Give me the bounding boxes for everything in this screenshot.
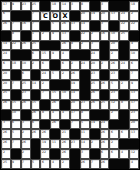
- letter-cell-r12c5[interactable]: 8: [40, 110, 50, 120]
- letter-cell-r11c11[interactable]: 25: [100, 100, 110, 110]
- letter-cell-r5c9[interactable]: 2: [80, 41, 90, 51]
- letter-cell-r15c5[interactable]: 19: [40, 139, 50, 149]
- letter-cell-r14c11[interactable]: 26: [100, 129, 110, 139]
- letter-cell-r3c7[interactable]: 26: [60, 21, 70, 31]
- code-number: 26: [22, 41, 26, 44]
- code-number: 25: [3, 160, 7, 163]
- letter-cell-r13c14[interactable]: 20: [129, 120, 139, 130]
- codeword-board: 1792325181438318675C6O1X2019201324226716…: [0, 0, 140, 170]
- letter-cell-r11c10[interactable]: 26: [90, 100, 100, 110]
- letter-cell-r10c6[interactable]: 15: [50, 90, 60, 100]
- block-cell-r9c7: [60, 80, 70, 90]
- letter-cell-r17c4[interactable]: 5: [31, 159, 41, 169]
- letter-cell-r1c8[interactable]: 3: [70, 1, 80, 11]
- letter-cell-r1c14[interactable]: 18: [129, 1, 139, 11]
- code-number: 20: [3, 71, 7, 74]
- letter-cell-r17c9[interactable]: 26: [80, 159, 90, 169]
- letter-cell-r16c3[interactable]: 2: [21, 149, 31, 159]
- block-cell-r6c11: [100, 50, 110, 60]
- code-number: 8: [81, 2, 83, 5]
- code-number: 2: [3, 150, 5, 153]
- block-cell-r3c5: [40, 21, 50, 31]
- letter-cell-r9c12[interactable]: 5: [109, 80, 119, 90]
- letter-cell-r11c9[interactable]: 23: [80, 100, 90, 110]
- block-cell-r14c6: [50, 129, 60, 139]
- letter-cell-r15c9[interactable]: 14: [80, 139, 90, 149]
- letter-cell-r6c5[interactable]: 15: [40, 50, 50, 60]
- code-number: 5: [81, 120, 83, 123]
- block-cell-r17c8: [70, 159, 80, 169]
- letter-cell-r5c2[interactable]: 22: [11, 41, 21, 51]
- code-number: 14: [71, 90, 75, 93]
- code-number: 2: [22, 130, 24, 133]
- letter-cell-r16c14[interactable]: 12: [129, 149, 139, 159]
- letter-cell-r8c14[interactable]: 7: [129, 70, 139, 80]
- letter-cell-r15c1[interactable]: 26: [1, 139, 11, 149]
- letter-cell-r11c8[interactable]: 20: [70, 100, 80, 110]
- letter-cell-r8c10[interactable]: 23: [90, 70, 100, 80]
- letter-cell-r1c7[interactable]: 14: [60, 1, 70, 11]
- letter-cell-r1c2[interactable]: 9: [11, 1, 21, 11]
- code-number: 6: [3, 11, 5, 14]
- letter-cell-r16c5[interactable]: 22: [40, 149, 50, 159]
- code-number: 23: [81, 100, 85, 103]
- letter-cell-r6c6[interactable]: 9: [50, 50, 60, 60]
- given-letter-C: C: [41, 12, 49, 20]
- letter-cell-r7c11[interactable]: 2: [100, 60, 110, 70]
- code-number: 26: [22, 140, 26, 143]
- letter-cell-r15c8[interactable]: 23: [70, 139, 80, 149]
- letter-cell-r15c6[interactable]: 11: [50, 139, 60, 149]
- code-number: 6: [3, 61, 5, 64]
- code-number: 26: [22, 100, 26, 103]
- letter-cell-r14c13[interactable]: 6: [119, 129, 129, 139]
- code-number: 26: [62, 21, 66, 24]
- letter-cell-r3c13[interactable]: 22: [119, 21, 129, 31]
- code-number: 26: [3, 21, 7, 24]
- code-number: 26: [3, 130, 7, 133]
- letter-cell-r4c4[interactable]: 1: [31, 31, 41, 41]
- letter-cell-r6c12[interactable]: 2: [109, 50, 119, 60]
- letter-cell-r4c7[interactable]: 13: [60, 31, 70, 41]
- letter-cell-r2c12[interactable]: 13: [109, 11, 119, 21]
- letter-cell-r4c5[interactable]: 2: [40, 31, 50, 41]
- code-number: 25: [22, 81, 26, 84]
- block-cell-r11c5: [40, 100, 50, 110]
- letter-cell-r17c10[interactable]: 7: [90, 159, 100, 169]
- code-number: 24: [81, 61, 85, 64]
- letter-cell-r13c2[interactable]: 6: [11, 120, 21, 130]
- letter-cell-r13c10[interactable]: 19: [90, 120, 100, 130]
- letter-cell-r3c6[interactable]: 5: [50, 21, 60, 31]
- letter-cell-r2c13[interactable]: 24: [119, 11, 129, 21]
- code-number: 2: [111, 110, 113, 113]
- letter-cell-r3c8[interactable]: 13: [70, 21, 80, 31]
- letter-cell-r4c13[interactable]: 25: [119, 31, 129, 41]
- letter-cell-r4c11[interactable]: 16: [100, 31, 110, 41]
- code-number: 14: [62, 2, 66, 5]
- letter-cell-r1c9[interactable]: 8: [80, 1, 90, 11]
- letter-cell-r9c10[interactable]: 25: [90, 80, 100, 90]
- code-number: 5: [12, 130, 14, 133]
- code-number: 6: [42, 160, 44, 163]
- letter-cell-r6c10[interactable]: 24: [90, 50, 100, 60]
- code-number: 14: [81, 21, 85, 24]
- letter-cell-r12c12[interactable]: 2: [109, 110, 119, 120]
- letter-cell-r2c5[interactable]: 5C: [40, 11, 50, 21]
- block-cell-r5c6: [50, 41, 60, 51]
- code-number: 2: [42, 81, 44, 84]
- code-number: 9: [52, 31, 54, 34]
- block-cell-r16c4: [31, 149, 41, 159]
- code-number: 7: [91, 160, 93, 163]
- letter-cell-r6c4[interactable]: 6: [31, 50, 41, 60]
- code-number: 9: [52, 51, 54, 54]
- letter-cell-r11c13[interactable]: 8: [119, 100, 129, 110]
- letter-cell-r7c3[interactable]: 10: [21, 60, 31, 70]
- letter-cell-r12c4[interactable]: 26: [31, 110, 41, 120]
- letter-cell-r15c2[interactable]: 7: [11, 139, 21, 149]
- letter-cell-r2c14[interactable]: 2: [129, 11, 139, 21]
- letter-cell-r16c7[interactable]: 26: [60, 149, 70, 159]
- code-number: 26: [101, 140, 105, 143]
- letter-cell-r10c10[interactable]: 26: [90, 90, 100, 100]
- letter-cell-r4c6[interactable]: 9: [50, 31, 60, 41]
- letter-cell-r4c9[interactable]: 22: [80, 31, 90, 41]
- letter-cell-r8c3[interactable]: 6: [21, 70, 31, 80]
- block-cell-r4c8: [70, 31, 80, 41]
- block-cell-r2c2: [11, 11, 21, 21]
- letter-cell-r10c7[interactable]: 10: [60, 90, 70, 100]
- letter-cell-r5c4[interactable]: 25: [31, 41, 41, 51]
- letter-cell-r6c1[interactable]: 24: [1, 50, 11, 60]
- letter-cell-r7c13[interactable]: 24: [119, 60, 129, 70]
- code-number: 2: [22, 150, 24, 153]
- letter-cell-r15c3[interactable]: 26: [21, 139, 31, 149]
- code-number: 15: [52, 90, 56, 93]
- code-number: 7: [12, 140, 14, 143]
- letter-cell-r9c3[interactable]: 25: [21, 80, 31, 90]
- letter-cell-r4c10[interactable]: 2: [90, 31, 100, 41]
- letter-cell-r7c5[interactable]: 6: [40, 60, 50, 70]
- letter-cell-r4c2[interactable]: 8: [11, 31, 21, 41]
- code-number: 26: [91, 90, 95, 93]
- letter-cell-r3c11[interactable]: 3: [100, 21, 110, 31]
- code-number: 4: [52, 110, 54, 113]
- letter-cell-r8c12[interactable]: 23: [109, 70, 119, 80]
- block-cell-r6c3: [21, 50, 31, 60]
- letter-cell-r12c7[interactable]: 4: [60, 110, 70, 120]
- block-cell-r5c5: [40, 41, 50, 51]
- block-cell-r10c2: [11, 90, 21, 100]
- letter-cell-r13c11[interactable]: 24: [100, 120, 110, 130]
- block-cell-r1c13: [119, 1, 129, 11]
- block-cell-r16c8: [70, 149, 80, 159]
- letter-cell-r14c4[interactable]: 26: [31, 129, 41, 139]
- letter-cell-r10c1[interactable]: 25: [1, 90, 11, 100]
- block-cell-r4c1: [1, 31, 11, 41]
- code-number: 19: [42, 140, 46, 143]
- letter-cell-r17c1[interactable]: 25: [1, 159, 11, 169]
- code-number: 6: [12, 120, 14, 123]
- letter-cell-r9c13[interactable]: 2: [119, 80, 129, 90]
- block-cell-r10c9: [80, 90, 90, 100]
- letter-cell-r5c14[interactable]: 4: [129, 41, 139, 51]
- block-cell-r6c9: [80, 50, 90, 60]
- letter-cell-r8c5[interactable]: 24: [40, 70, 50, 80]
- code-number: 24: [42, 71, 46, 74]
- code-number: 26: [32, 110, 36, 113]
- code-number: 18: [12, 61, 16, 64]
- block-cell-r10c11: [100, 90, 110, 100]
- letter-cell-r7c12[interactable]: 26: [109, 60, 119, 70]
- letter-cell-r5c3[interactable]: 26: [21, 41, 31, 51]
- code-number: 6: [121, 130, 123, 133]
- letter-cell-r11c4[interactable]: 15: [31, 100, 41, 110]
- code-number: 4: [131, 41, 133, 44]
- code-number: 14: [32, 81, 36, 84]
- letter-cell-r5c8[interactable]: 8: [70, 41, 80, 51]
- letter-cell-r12c6[interactable]: 4: [50, 110, 60, 120]
- block-cell-r12c10: [90, 110, 100, 120]
- block-cell-r4c14: [129, 31, 139, 41]
- letter-cell-r1c6[interactable]: 18: [50, 1, 60, 11]
- letter-cell-r9c5[interactable]: 2: [40, 80, 50, 90]
- letter-cell-r13c8[interactable]: 7: [70, 120, 80, 130]
- letter-cell-r9c1[interactable]: 20: [1, 80, 11, 90]
- letter-cell-r14c3[interactable]: 2: [21, 129, 31, 139]
- letter-cell-r14c2[interactable]: 5: [11, 129, 21, 139]
- code-number: 8: [121, 100, 123, 103]
- code-number: 4: [62, 110, 64, 113]
- letter-cell-r2c4[interactable]: 7: [31, 11, 41, 21]
- code-number: 10: [131, 51, 135, 54]
- letter-cell-r5c10[interactable]: 3: [90, 41, 100, 51]
- letter-cell-r17c2[interactable]: 9: [11, 159, 21, 169]
- block-cell-r13c13: [119, 120, 129, 130]
- block-cell-r1c12: [109, 1, 119, 11]
- block-cell-r16c2: [11, 149, 21, 159]
- code-number: 26: [101, 81, 105, 84]
- code-number: 2: [101, 61, 103, 64]
- code-number: 20: [131, 120, 135, 123]
- letter-cell-r7c9[interactable]: 24: [80, 60, 90, 70]
- letter-cell-r14c5[interactable]: 26: [40, 129, 50, 139]
- letter-cell-r10c3[interactable]: 23: [21, 90, 31, 100]
- letter-cell-r12c14[interactable]: 23: [129, 110, 139, 120]
- code-number: 6: [62, 61, 64, 64]
- code-number: 23: [71, 140, 75, 143]
- letter-cell-r2c7[interactable]: 1X: [60, 11, 70, 21]
- block-cell-r8c11: [100, 70, 110, 80]
- code-number: 26: [3, 100, 7, 103]
- letter-cell-r15c11[interactable]: 26: [100, 139, 110, 149]
- block-cell-r2c3: [21, 11, 31, 21]
- letter-cell-r13c9[interactable]: 5: [80, 120, 90, 130]
- letter-cell-r9c14[interactable]: 9: [129, 80, 139, 90]
- block-cell-r6c2: [11, 50, 21, 60]
- code-number: 9: [12, 2, 14, 5]
- code-number: 6: [111, 150, 113, 153]
- letter-cell-r1c1[interactable]: 17: [1, 1, 11, 11]
- letter-cell-r9c11[interactable]: 26: [100, 80, 110, 90]
- block-cell-r12c1: [1, 110, 11, 120]
- code-number: 20: [71, 100, 75, 103]
- letter-cell-r3c2[interactable]: 7: [11, 21, 21, 31]
- letter-cell-r12c8[interactable]: 17: [70, 110, 80, 120]
- letter-cell-r15c12[interactable]: 2: [109, 139, 119, 149]
- letter-cell-r8c1[interactable]: 20: [1, 70, 11, 80]
- code-number: 20: [81, 11, 85, 14]
- letter-cell-r4c12[interactable]: 10: [109, 31, 119, 41]
- letter-cell-r16c13[interactable]: 4: [119, 149, 129, 159]
- letter-cell-r16c11[interactable]: 6: [100, 149, 110, 159]
- letter-cell-r11c1[interactable]: 26: [1, 100, 11, 110]
- letter-cell-r11c12[interactable]: 12: [109, 100, 119, 110]
- letter-cell-r12c2[interactable]: 10: [11, 110, 21, 120]
- letter-cell-r8c7[interactable]: 2: [60, 70, 70, 80]
- code-number: 6: [22, 71, 24, 74]
- letter-cell-r14c7[interactable]: 21: [60, 129, 70, 139]
- block-cell-r16c6: [50, 149, 60, 159]
- letter-cell-r5c1[interactable]: 14: [1, 41, 11, 51]
- code-number: 10: [12, 110, 16, 113]
- letter-cell-r15c7[interactable]: 26: [60, 139, 70, 149]
- code-number: 2: [81, 41, 83, 44]
- letter-cell-r9c8[interactable]: 19: [70, 80, 80, 90]
- code-number: 2: [42, 31, 44, 34]
- code-number: 22: [121, 21, 125, 24]
- block-cell-r9c6: [50, 80, 60, 90]
- code-number: 23: [22, 90, 26, 93]
- code-number: 24: [121, 11, 125, 14]
- letter-cell-r1c11[interactable]: 3: [100, 1, 110, 11]
- code-number: 18: [52, 2, 56, 5]
- code-number: 15: [42, 51, 46, 54]
- code-number: 7: [42, 90, 44, 93]
- letter-cell-r16c1[interactable]: 2: [1, 149, 11, 159]
- block-cell-r7c6: [50, 60, 60, 70]
- code-number: 7: [32, 11, 34, 14]
- letter-cell-r5c12[interactable]: 20: [109, 41, 119, 51]
- letter-cell-r2c10[interactable]: 19: [90, 11, 100, 21]
- letter-cell-r6c14[interactable]: 10: [129, 50, 139, 60]
- letter-cell-r7c2[interactable]: 18: [11, 60, 21, 70]
- block-cell-r8c4: [31, 70, 41, 80]
- letter-cell-r16c12[interactable]: 6: [109, 149, 119, 159]
- letter-cell-r17c5[interactable]: 6: [40, 159, 50, 169]
- letter-cell-r2c11[interactable]: 20: [100, 11, 110, 21]
- letter-cell-r13c4[interactable]: 6: [31, 120, 41, 130]
- letter-cell-r7c14[interactable]: 6: [129, 60, 139, 70]
- block-cell-r13c7: [60, 120, 70, 130]
- letter-cell-r11c2[interactable]: 15: [11, 100, 21, 110]
- letter-cell-r2c9[interactable]: 20: [80, 11, 90, 21]
- code-number: 26: [62, 41, 66, 44]
- letter-cell-r9c4[interactable]: 14: [31, 80, 41, 90]
- letter-cell-r7c4[interactable]: 2: [31, 60, 41, 70]
- letter-cell-r17c3[interactable]: 7: [21, 159, 31, 169]
- block-cell-r14c10: [90, 129, 100, 139]
- letter-cell-r11c3[interactable]: 26: [21, 100, 31, 110]
- code-number: 20: [3, 81, 7, 84]
- letter-cell-r10c12[interactable]: 23: [109, 90, 119, 100]
- block-cell-r3c12: [109, 21, 119, 31]
- letter-cell-r13c3[interactable]: 3: [21, 120, 31, 130]
- letter-cell-r8c8[interactable]: 26: [70, 70, 80, 80]
- letter-cell-r13c1[interactable]: 3: [1, 120, 11, 130]
- code-number: 13: [62, 31, 66, 34]
- letter-cell-r10c5[interactable]: 7: [40, 90, 50, 100]
- letter-cell-r3c9[interactable]: 14: [80, 21, 90, 31]
- letter-cell-r7c10[interactable]: 20: [90, 60, 100, 70]
- letter-cell-r17c7[interactable]: 2: [60, 159, 70, 169]
- letter-cell-r2c1[interactable]: 6: [1, 11, 11, 21]
- code-number: 2: [71, 61, 73, 64]
- given-letter-O: O: [51, 12, 59, 20]
- letter-cell-r9c2[interactable]: 7: [11, 80, 21, 90]
- code-number: 6: [111, 130, 113, 133]
- letter-cell-r11c14[interactable]: 17: [129, 100, 139, 110]
- block-cell-r12c3: [21, 110, 31, 120]
- letter-cell-r14c14[interactable]: 13: [129, 129, 139, 139]
- code-number: 2: [131, 11, 133, 14]
- letter-cell-r1c3[interactable]: 23: [21, 1, 31, 11]
- letter-cell-r15c10[interactable]: 2: [90, 139, 100, 149]
- letter-cell-r10c14[interactable]: 13: [129, 90, 139, 100]
- code-number: 13: [71, 21, 75, 24]
- code-number: 22: [81, 31, 85, 34]
- letter-cell-r3c1[interactable]: 26: [1, 21, 11, 31]
- code-number: 25: [121, 31, 125, 34]
- code-number: 2: [91, 31, 93, 34]
- letter-cell-r8c6[interactable]: 5: [50, 70, 60, 80]
- letter-cell-r10c8[interactable]: 14: [70, 90, 80, 100]
- letter-cell-r14c9[interactable]: 11: [80, 129, 90, 139]
- letter-cell-r7c1[interactable]: 6: [1, 60, 11, 70]
- letter-cell-r17c14[interactable]: 4: [129, 159, 139, 169]
- code-number: 11: [52, 140, 56, 143]
- letter-cell-r3c4[interactable]: 7: [31, 21, 41, 31]
- letter-cell-r16c9[interactable]: 3: [80, 149, 90, 159]
- letter-cell-r6c7[interactable]: 4: [60, 50, 70, 60]
- letter-cell-r14c12[interactable]: 6: [109, 129, 119, 139]
- letter-cell-r3c3[interactable]: 16: [21, 21, 31, 31]
- letter-cell-r17c6[interactable]: 4: [50, 159, 60, 169]
- letter-cell-r3c14[interactable]: 22: [129, 21, 139, 31]
- block-cell-r8c13: [119, 70, 129, 80]
- letter-cell-r2c6[interactable]: 6O: [50, 11, 60, 21]
- letter-cell-r1c4[interactable]: 25: [31, 1, 41, 11]
- letter-cell-r13c6[interactable]: 26: [50, 120, 60, 130]
- code-number: 7: [22, 160, 24, 163]
- code-number: 26: [71, 71, 75, 74]
- letter-cell-r14c1[interactable]: 26: [1, 129, 11, 139]
- block-cell-r5c13: [119, 41, 129, 51]
- letter-cell-r7c7[interactable]: 6: [60, 60, 70, 70]
- code-number: 7: [12, 21, 14, 24]
- code-number: 16: [22, 21, 26, 24]
- letter-cell-r5c7[interactable]: 26: [60, 41, 70, 51]
- code-number: 25: [101, 100, 105, 103]
- letter-cell-r7c8[interactable]: 2: [70, 60, 80, 70]
- letter-cell-r12c9[interactable]: 8: [80, 110, 90, 120]
- letter-cell-r17c11[interactable]: 26: [100, 159, 110, 169]
- code-number: 2: [91, 140, 93, 143]
- code-number: 26: [62, 140, 66, 143]
- code-number: 7: [12, 81, 14, 84]
- letter-cell-r11c6[interactable]: 26: [50, 100, 60, 110]
